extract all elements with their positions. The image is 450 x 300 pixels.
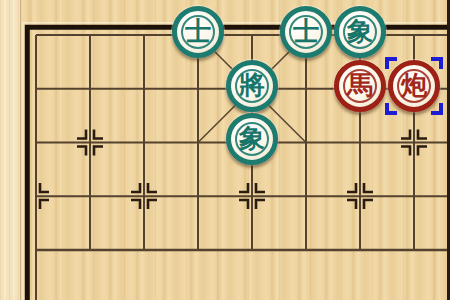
piece-glyph: 象 xyxy=(239,125,265,151)
piece-black-advisor[interactable]: 士 xyxy=(280,6,332,58)
piece-inner-ring: 將 xyxy=(235,69,269,103)
piece-inner-ring: 象 xyxy=(343,15,377,49)
selection-bracket-corner xyxy=(431,103,443,115)
piece-glyph: 馬 xyxy=(347,72,373,98)
piece-red-horse[interactable]: 馬 xyxy=(334,60,386,112)
selection-bracket-corner xyxy=(385,57,397,69)
piece-glyph: 將 xyxy=(239,72,265,98)
selection-bracket-corner xyxy=(431,57,443,69)
piece-black-elephant[interactable]: 象 xyxy=(226,113,278,165)
piece-inner-ring: 士 xyxy=(181,15,215,49)
piece-glyph: 象 xyxy=(347,18,373,44)
piece-inner-ring: 馬 xyxy=(343,69,377,103)
piece-glyph: 士 xyxy=(185,18,211,44)
piece-red-cannon[interactable]: 炮 xyxy=(388,60,440,112)
xiangqi-board[interactable]: 士士象將馬炮象 xyxy=(0,0,450,300)
board-grid[interactable]: 士士象將馬炮象 xyxy=(9,8,450,277)
piece-glyph: 士 xyxy=(293,18,319,44)
piece-black-general[interactable]: 將 xyxy=(226,60,278,112)
selection-bracket-corner xyxy=(385,103,397,115)
piece-black-elephant[interactable]: 象 xyxy=(334,6,386,58)
piece-black-advisor[interactable]: 士 xyxy=(172,6,224,58)
piece-inner-ring: 炮 xyxy=(397,69,431,103)
piece-glyph: 炮 xyxy=(401,72,427,98)
piece-inner-ring: 象 xyxy=(235,122,269,156)
piece-inner-ring: 士 xyxy=(289,15,323,49)
